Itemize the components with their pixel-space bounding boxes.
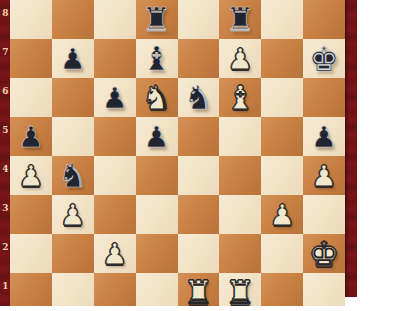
white-pawn[interactable]: ♟ bbox=[52, 195, 94, 234]
square-e5[interactable] bbox=[178, 117, 220, 156]
square-g6[interactable] bbox=[261, 78, 303, 117]
square-f1[interactable]: ♜ bbox=[219, 273, 261, 306]
square-h3[interactable] bbox=[303, 195, 345, 234]
square-g1[interactable] bbox=[261, 273, 303, 306]
square-h2[interactable]: ♚ bbox=[303, 234, 345, 273]
white-pawn[interactable]: ♟ bbox=[303, 156, 345, 195]
rank-label-7: 7 bbox=[1, 46, 10, 58]
square-h4[interactable]: ♟ bbox=[303, 156, 345, 195]
square-f6[interactable]: ♝ bbox=[219, 78, 261, 117]
white-knight[interactable]: ♞ bbox=[136, 78, 178, 117]
square-g8[interactable] bbox=[261, 0, 303, 39]
square-g2[interactable] bbox=[261, 234, 303, 273]
square-a5[interactable]: ♟ bbox=[10, 117, 52, 156]
square-e6[interactable]: ♞ bbox=[178, 78, 220, 117]
black-pawn[interactable]: ♟ bbox=[136, 117, 178, 156]
chess-board: ♜♜♟♝♟♚♟♞♞♝♟♟♟♟♞♟♟♟♟♚♜♜ bbox=[10, 0, 345, 306]
black-pawn[interactable]: ♟ bbox=[303, 117, 345, 156]
square-d5[interactable]: ♟ bbox=[136, 117, 178, 156]
black-rook[interactable]: ♜ bbox=[219, 0, 261, 39]
square-e2[interactable] bbox=[178, 234, 220, 273]
board-right-frame bbox=[345, 0, 357, 297]
square-b3[interactable]: ♟ bbox=[52, 195, 94, 234]
square-f5[interactable] bbox=[219, 117, 261, 156]
black-rook[interactable]: ♜ bbox=[136, 0, 178, 39]
square-a3[interactable] bbox=[10, 195, 52, 234]
square-g4[interactable] bbox=[261, 156, 303, 195]
square-g3[interactable]: ♟ bbox=[261, 195, 303, 234]
square-f3[interactable] bbox=[219, 195, 261, 234]
rank-label-6: 6 bbox=[1, 85, 10, 97]
square-e8[interactable] bbox=[178, 0, 220, 39]
rank-label-3: 3 bbox=[1, 202, 10, 214]
square-d2[interactable] bbox=[136, 234, 178, 273]
square-a6[interactable] bbox=[10, 78, 52, 117]
square-b5[interactable] bbox=[52, 117, 94, 156]
square-a2[interactable] bbox=[10, 234, 52, 273]
square-d6[interactable]: ♞ bbox=[136, 78, 178, 117]
black-bishop[interactable]: ♝ bbox=[136, 39, 178, 78]
white-pawn[interactable]: ♟ bbox=[10, 156, 52, 195]
square-d4[interactable] bbox=[136, 156, 178, 195]
square-c6[interactable]: ♟ bbox=[94, 78, 136, 117]
square-d1[interactable] bbox=[136, 273, 178, 306]
square-f4[interactable] bbox=[219, 156, 261, 195]
square-h8[interactable] bbox=[303, 0, 345, 39]
black-pawn[interactable]: ♟ bbox=[94, 78, 136, 117]
square-b6[interactable] bbox=[52, 78, 94, 117]
square-c3[interactable] bbox=[94, 195, 136, 234]
square-f2[interactable] bbox=[219, 234, 261, 273]
rank-label-2: 2 bbox=[1, 241, 10, 253]
square-c8[interactable] bbox=[94, 0, 136, 39]
black-pawn[interactable]: ♟ bbox=[10, 117, 52, 156]
square-b1[interactable] bbox=[52, 273, 94, 306]
square-d7[interactable]: ♝ bbox=[136, 39, 178, 78]
square-a8[interactable] bbox=[10, 0, 52, 39]
white-rook[interactable]: ♜ bbox=[178, 273, 220, 306]
square-c4[interactable] bbox=[94, 156, 136, 195]
square-a1[interactable] bbox=[10, 273, 52, 306]
square-b8[interactable] bbox=[52, 0, 94, 39]
square-d8[interactable]: ♜ bbox=[136, 0, 178, 39]
rank-label-1: 1 bbox=[1, 280, 10, 292]
white-bishop[interactable]: ♝ bbox=[219, 78, 261, 117]
page: ♜♜♟♝♟♚♟♞♞♝♟♟♟♟♞♟♟♟♟♚♜♜ 87654321 bbox=[0, 0, 414, 311]
square-g5[interactable] bbox=[261, 117, 303, 156]
square-b2[interactable] bbox=[52, 234, 94, 273]
square-f7[interactable]: ♟ bbox=[219, 39, 261, 78]
board-grid: ♜♜♟♝♟♚♟♞♞♝♟♟♟♟♞♟♟♟♟♚♜♜ bbox=[10, 0, 345, 306]
square-c5[interactable] bbox=[94, 117, 136, 156]
white-pawn[interactable]: ♟ bbox=[94, 234, 136, 273]
white-rook[interactable]: ♜ bbox=[219, 273, 261, 306]
black-knight[interactable]: ♞ bbox=[178, 78, 220, 117]
rank-label-8: 8 bbox=[1, 7, 10, 19]
rank-label-4: 4 bbox=[1, 163, 10, 175]
black-king[interactable]: ♚ bbox=[303, 39, 345, 78]
square-h7[interactable]: ♚ bbox=[303, 39, 345, 78]
black-knight[interactable]: ♞ bbox=[52, 156, 94, 195]
square-e1[interactable]: ♜ bbox=[178, 273, 220, 306]
square-h1[interactable] bbox=[303, 273, 345, 306]
square-h6[interactable] bbox=[303, 78, 345, 117]
square-b4[interactable]: ♞ bbox=[52, 156, 94, 195]
white-pawn[interactable]: ♟ bbox=[219, 39, 261, 78]
square-e7[interactable] bbox=[178, 39, 220, 78]
square-e4[interactable] bbox=[178, 156, 220, 195]
square-e3[interactable] bbox=[178, 195, 220, 234]
black-pawn[interactable]: ♟ bbox=[52, 39, 94, 78]
square-a4[interactable]: ♟ bbox=[10, 156, 52, 195]
square-h5[interactable]: ♟ bbox=[303, 117, 345, 156]
square-f8[interactable]: ♜ bbox=[219, 0, 261, 39]
square-c7[interactable] bbox=[94, 39, 136, 78]
square-a7[interactable] bbox=[10, 39, 52, 78]
square-c2[interactable]: ♟ bbox=[94, 234, 136, 273]
white-king[interactable]: ♚ bbox=[303, 234, 345, 273]
rank-label-5: 5 bbox=[1, 124, 10, 136]
square-c1[interactable] bbox=[94, 273, 136, 306]
white-pawn[interactable]: ♟ bbox=[261, 195, 303, 234]
square-b7[interactable]: ♟ bbox=[52, 39, 94, 78]
square-g7[interactable] bbox=[261, 39, 303, 78]
square-d3[interactable] bbox=[136, 195, 178, 234]
